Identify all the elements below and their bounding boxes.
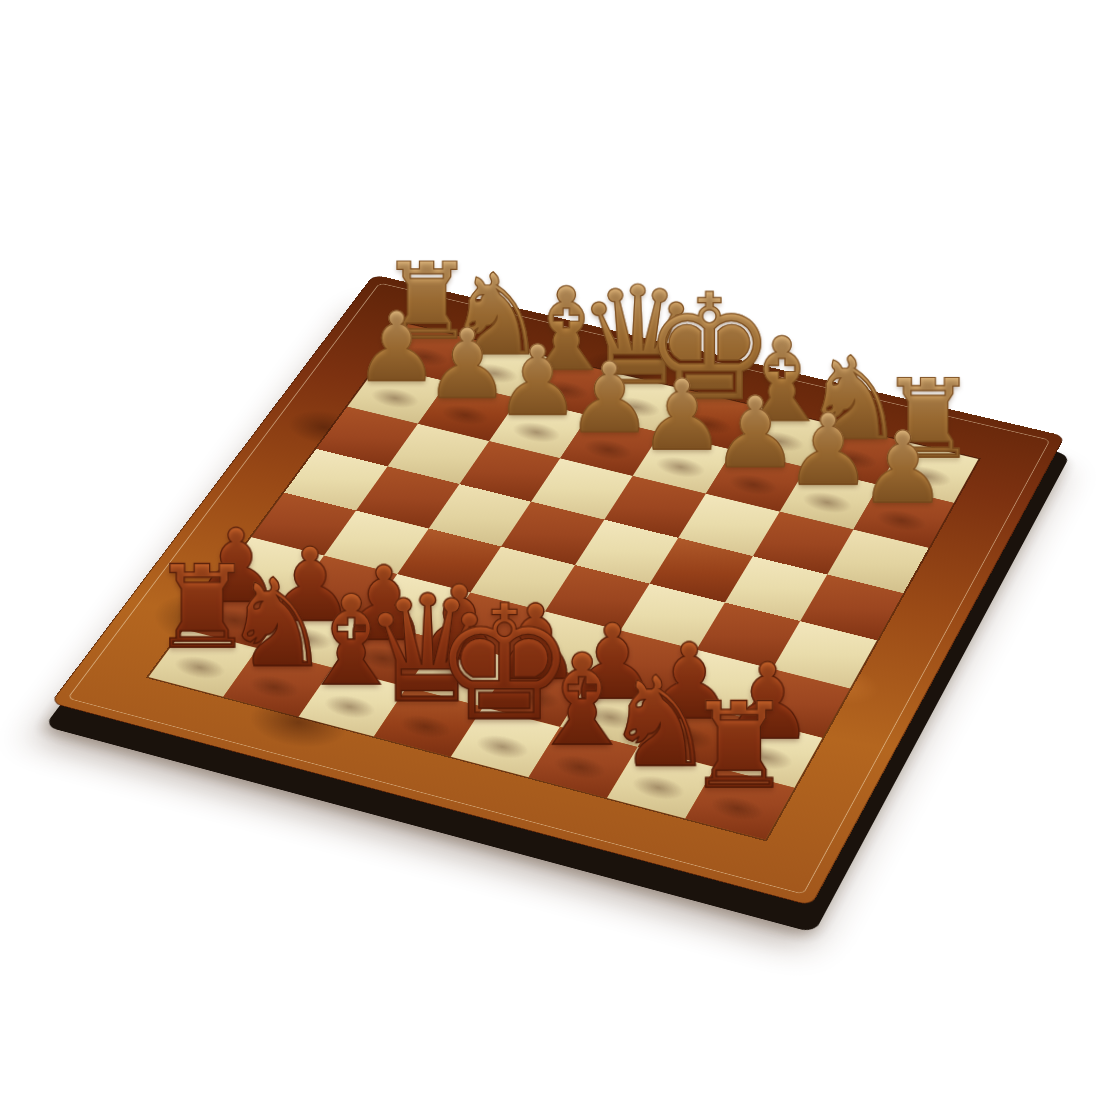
piece-white-rook: ♜ (686, 686, 793, 805)
product-photo-canvas: ♜♞♝♛♚♝♞♜♟♟♟♟♟♟♟♟♟♟♟♟♟♟♟♟♜♞♝♛♚♝♞♜ (0, 0, 1100, 1100)
square-h7: ♟ (854, 485, 954, 548)
board-grid: ♜♞♝♛♚♝♞♜♟♟♟♟♟♟♟♟♟♟♟♟♟♟♟♟♜♞♝♛♚♝♞♜ (149, 324, 979, 840)
chess-board: ♜♞♝♛♚♝♞♜♟♟♟♟♟♟♟♟♟♟♟♟♟♟♟♟♜♞♝♛♚♝♞♜ (50, 274, 1065, 906)
square-h1: ♜ (686, 767, 795, 839)
piece-black-pawn: ♟ (859, 419, 948, 518)
board-frame: ♜♞♝♛♚♝♞♜♟♟♟♟♟♟♟♟♟♟♟♟♟♟♟♟♜♞♝♛♚♝♞♜ (50, 274, 1065, 906)
square-e5 (575, 520, 678, 584)
